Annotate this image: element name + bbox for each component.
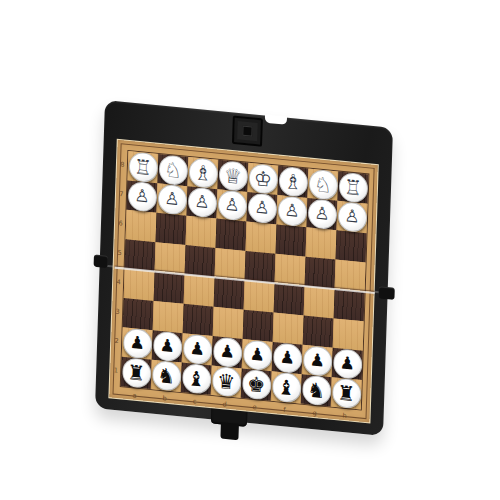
square-a8[interactable]: ♖ xyxy=(127,151,158,183)
black-bishop-c1[interactable]: ♝ xyxy=(181,363,211,395)
case-latch-pin-icon xyxy=(242,126,252,137)
piece-glyph: ♗ xyxy=(284,170,303,192)
piece-glyph: ♙ xyxy=(344,207,360,226)
piece-glyph: ♜ xyxy=(337,382,356,404)
piece-glyph: ♜ xyxy=(127,361,146,383)
white-queen-d8[interactable]: ♕ xyxy=(218,160,248,192)
square-d4[interactable] xyxy=(214,277,245,309)
white-knight-b8[interactable]: ♘ xyxy=(158,154,188,186)
black-king-e1[interactable]: ♚ xyxy=(241,368,271,400)
piece-glyph: ♚ xyxy=(247,373,266,395)
square-c2[interactable]: ♟ xyxy=(182,333,213,365)
square-e7[interactable]: ♙ xyxy=(247,192,278,224)
square-e6[interactable] xyxy=(246,221,277,253)
chess-board: 87654321 abcdefgh ♖♘♗♕♔♗♘♖♙♙♙♙♙♙♙♙♟♟♟♟♟♟… xyxy=(109,140,377,423)
black-knight-g1[interactable]: ♞ xyxy=(301,374,331,406)
black-pawn-h2[interactable]: ♟ xyxy=(332,348,362,380)
piece-glyph: ♙ xyxy=(194,193,210,212)
square-h5[interactable] xyxy=(335,260,366,292)
square-b3[interactable] xyxy=(153,301,184,333)
square-g6[interactable] xyxy=(306,227,337,259)
square-b7[interactable]: ♙ xyxy=(157,183,188,215)
black-pawn-d2[interactable]: ♟ xyxy=(212,336,242,368)
piece-glyph: ♟ xyxy=(129,334,145,353)
square-h8[interactable]: ♖ xyxy=(337,171,368,203)
square-g1[interactable]: ♞ xyxy=(301,374,332,406)
square-e2[interactable]: ♟ xyxy=(242,339,273,371)
square-b6[interactable] xyxy=(156,213,187,245)
square-h2[interactable]: ♟ xyxy=(332,348,363,380)
square-g3[interactable] xyxy=(303,315,334,347)
square-c8[interactable]: ♗ xyxy=(187,157,218,189)
white-bishop-f8[interactable]: ♗ xyxy=(278,166,308,198)
square-g8[interactable]: ♘ xyxy=(307,169,338,201)
square-g5[interactable] xyxy=(305,257,336,289)
square-f7[interactable]: ♙ xyxy=(277,195,308,227)
fold-hinge-left xyxy=(94,254,108,268)
black-pawn-g2[interactable]: ♟ xyxy=(302,345,332,377)
white-pawn-b7[interactable]: ♙ xyxy=(157,183,187,215)
square-d5[interactable] xyxy=(215,248,246,280)
white-pawn-a7[interactable]: ♙ xyxy=(127,180,157,212)
square-e4[interactable] xyxy=(244,280,275,312)
fold-hinge-right xyxy=(378,286,394,300)
piece-glyph: ♙ xyxy=(284,201,300,220)
piece-glyph: ♟ xyxy=(219,342,235,361)
piece-glyph: ♟ xyxy=(159,337,175,356)
piece-glyph: ♙ xyxy=(254,198,270,217)
black-rook-a1[interactable]: ♜ xyxy=(121,357,151,389)
piece-glyph: ♙ xyxy=(224,195,240,214)
square-c1[interactable]: ♝ xyxy=(181,363,212,395)
piece-glyph: ♙ xyxy=(134,187,150,206)
square-d8[interactable]: ♕ xyxy=(217,160,248,192)
square-d2[interactable]: ♟ xyxy=(212,336,243,368)
square-e1[interactable]: ♚ xyxy=(241,368,272,400)
square-b1[interactable]: ♞ xyxy=(151,360,182,392)
square-c4[interactable] xyxy=(184,274,215,306)
piece-glyph: ♟ xyxy=(189,339,205,358)
piece-glyph: ♕ xyxy=(224,164,243,186)
square-h7[interactable]: ♙ xyxy=(337,201,368,233)
black-pawn-f2[interactable]: ♟ xyxy=(272,342,302,374)
square-a3[interactable] xyxy=(123,298,154,330)
chess-case-wrap: 87654321 abcdefgh ♖♘♗♕♔♗♘♖♙♙♙♙♙♙♙♙♟♟♟♟♟♟… xyxy=(95,100,393,436)
black-queen-d1[interactable]: ♛ xyxy=(211,366,241,398)
white-pawn-g7[interactable]: ♙ xyxy=(307,198,337,230)
square-h3[interactable] xyxy=(333,318,364,350)
square-c6[interactable] xyxy=(186,216,217,248)
piece-glyph: ♙ xyxy=(314,204,330,223)
white-pawn-h7[interactable]: ♙ xyxy=(337,201,367,233)
case-snap-tab-stem xyxy=(220,422,239,440)
square-h6[interactable] xyxy=(336,230,367,262)
white-king-e8[interactable]: ♔ xyxy=(248,163,278,195)
square-f1[interactable]: ♝ xyxy=(271,371,302,403)
piece-glyph: ♟ xyxy=(249,345,265,364)
square-a6[interactable] xyxy=(126,210,157,242)
square-d1[interactable]: ♛ xyxy=(211,365,242,397)
black-knight-b1[interactable]: ♞ xyxy=(151,360,181,392)
square-c3[interactable] xyxy=(183,304,214,336)
square-e3[interactable] xyxy=(243,310,274,342)
square-c5[interactable] xyxy=(185,245,216,277)
square-a1[interactable]: ♜ xyxy=(121,357,152,389)
square-d7[interactable]: ♙ xyxy=(217,189,248,221)
square-f6[interactable] xyxy=(276,224,307,256)
white-pawn-e7[interactable]: ♙ xyxy=(247,192,277,224)
piece-glyph: ♛ xyxy=(217,370,236,392)
square-f3[interactable] xyxy=(273,313,304,345)
square-g4[interactable] xyxy=(304,286,335,318)
square-f2[interactable]: ♟ xyxy=(272,342,303,374)
square-d3[interactable] xyxy=(213,307,244,339)
square-b5[interactable] xyxy=(155,242,186,274)
piece-glyph: ♘ xyxy=(314,173,333,195)
piece-glyph: ♟ xyxy=(339,354,355,373)
black-pawn-a2[interactable]: ♟ xyxy=(122,327,152,359)
white-rook-h8[interactable]: ♖ xyxy=(338,172,368,204)
chess-grid: ♖♘♗♕♔♗♘♖♙♙♙♙♙♙♙♙♟♟♟♟♟♟♟♟♜♞♝♛♚♝♞♜ xyxy=(120,150,370,411)
piece-glyph: ♝ xyxy=(187,367,206,389)
black-pawn-c2[interactable]: ♟ xyxy=(182,333,212,365)
black-pawn-e2[interactable]: ♟ xyxy=(242,339,272,371)
square-a2[interactable]: ♟ xyxy=(122,327,153,359)
piece-glyph: ♝ xyxy=(277,376,296,398)
white-pawn-c7[interactable]: ♙ xyxy=(187,186,217,218)
piece-glyph: ♟ xyxy=(309,351,325,370)
case-latch xyxy=(232,115,263,146)
square-a7[interactable]: ♙ xyxy=(127,180,158,212)
black-rook-h1[interactable]: ♜ xyxy=(331,377,361,409)
square-a5[interactable] xyxy=(125,239,156,271)
white-rook-a8[interactable]: ♖ xyxy=(128,151,158,183)
square-c7[interactable]: ♙ xyxy=(187,186,218,218)
piece-glyph: ♞ xyxy=(307,379,326,401)
square-f5[interactable] xyxy=(275,254,306,286)
square-e8[interactable]: ♔ xyxy=(247,163,278,195)
black-pawn-b2[interactable]: ♟ xyxy=(152,330,182,362)
square-d6[interactable] xyxy=(216,219,247,251)
piece-glyph: ♖ xyxy=(134,156,153,178)
piece-glyph: ♞ xyxy=(157,364,176,386)
square-g2[interactable]: ♟ xyxy=(302,345,333,377)
piece-glyph: ♘ xyxy=(164,159,183,181)
black-bishop-f1[interactable]: ♝ xyxy=(271,371,301,403)
square-b4[interactable] xyxy=(154,272,185,304)
white-pawn-d7[interactable]: ♙ xyxy=(217,189,247,221)
piece-glyph: ♟ xyxy=(279,348,295,367)
square-f4[interactable] xyxy=(274,283,305,315)
piece-glyph: ♙ xyxy=(164,190,180,209)
square-b2[interactable]: ♟ xyxy=(152,330,183,362)
white-knight-g8[interactable]: ♘ xyxy=(308,169,338,201)
square-e5[interactable] xyxy=(245,251,276,283)
product-photo-stage: 87654321 abcdefgh ♖♘♗♕♔♗♘♖♙♙♙♙♙♙♙♙♟♟♟♟♟♟… xyxy=(0,0,500,500)
piece-glyph: ♖ xyxy=(344,176,363,198)
white-bishop-c8[interactable]: ♗ xyxy=(188,157,218,189)
square-f8[interactable]: ♗ xyxy=(277,166,308,198)
white-pawn-f7[interactable]: ♙ xyxy=(277,195,307,227)
piece-glyph: ♗ xyxy=(194,162,213,184)
square-h1[interactable]: ♜ xyxy=(331,377,362,409)
square-h4[interactable] xyxy=(334,289,365,321)
square-g7[interactable]: ♙ xyxy=(307,198,338,230)
square-a4[interactable] xyxy=(124,269,155,301)
piece-glyph: ♔ xyxy=(254,167,273,189)
square-b8[interactable]: ♘ xyxy=(157,154,188,186)
